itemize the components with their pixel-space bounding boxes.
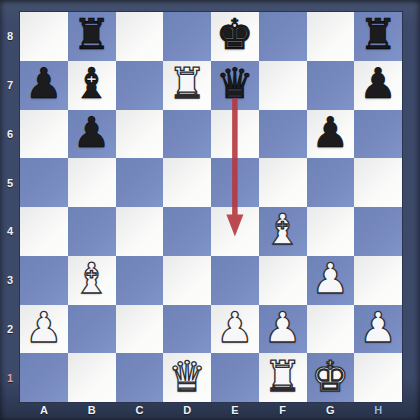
square-e4[interactable] — [211, 207, 259, 256]
square-h8[interactable]: ♜ — [354, 12, 402, 61]
rank-label-7: 7 — [0, 61, 20, 110]
file-label-g: G — [307, 402, 355, 420]
square-d1[interactable]: ♛ — [163, 353, 211, 402]
square-b6[interactable]: ♟ — [68, 110, 116, 159]
chess-board-frame: 87654321 ♜♚♜♟♝♜♛♟♟♟♝♝♟♟♟♟♟♛♜♚ ABCDEFGH — [0, 0, 420, 420]
piece-white-king-g1[interactable]: ♚ — [312, 356, 350, 398]
piece-black-pawn-g6[interactable]: ♟ — [312, 112, 350, 154]
square-d7[interactable]: ♜ — [163, 61, 211, 110]
square-f4[interactable]: ♝ — [259, 207, 307, 256]
square-f6[interactable] — [259, 110, 307, 159]
piece-black-queen-e7[interactable]: ♛ — [216, 63, 254, 105]
square-h6[interactable] — [354, 110, 402, 159]
piece-white-pawn-f2[interactable]: ♟ — [264, 307, 302, 349]
rank-label-8: 8 — [0, 12, 20, 61]
square-h2[interactable]: ♟ — [354, 305, 402, 354]
square-b5[interactable] — [68, 158, 116, 207]
square-h1[interactable] — [354, 353, 402, 402]
file-label-h: H — [354, 402, 402, 420]
file-labels: ABCDEFGH — [20, 402, 402, 420]
square-e1[interactable] — [211, 353, 259, 402]
rank-label-2: 2 — [0, 305, 20, 354]
square-a2[interactable]: ♟ — [20, 305, 68, 354]
square-b8[interactable]: ♜ — [68, 12, 116, 61]
square-c3[interactable] — [116, 256, 164, 305]
square-b7[interactable]: ♝ — [68, 61, 116, 110]
square-e6[interactable] — [211, 110, 259, 159]
square-a5[interactable] — [20, 158, 68, 207]
piece-white-rook-d7[interactable]: ♜ — [168, 63, 206, 105]
square-h3[interactable] — [354, 256, 402, 305]
piece-white-rook-f1[interactable]: ♜ — [264, 356, 302, 398]
square-c5[interactable] — [116, 158, 164, 207]
piece-white-pawn-e2[interactable]: ♟ — [216, 307, 254, 349]
piece-white-bishop-b3[interactable]: ♝ — [73, 258, 111, 300]
piece-white-queen-d1[interactable]: ♛ — [168, 356, 206, 398]
square-g3[interactable]: ♟ — [307, 256, 355, 305]
square-c6[interactable] — [116, 110, 164, 159]
square-c7[interactable] — [116, 61, 164, 110]
square-c2[interactable] — [116, 305, 164, 354]
square-h4[interactable] — [354, 207, 402, 256]
piece-black-rook-b8[interactable]: ♜ — [73, 14, 111, 56]
square-f2[interactable]: ♟ — [259, 305, 307, 354]
piece-white-pawn-a2[interactable]: ♟ — [25, 307, 63, 349]
square-g6[interactable]: ♟ — [307, 110, 355, 159]
square-h5[interactable] — [354, 158, 402, 207]
square-b3[interactable]: ♝ — [68, 256, 116, 305]
square-f7[interactable] — [259, 61, 307, 110]
square-e2[interactable]: ♟ — [211, 305, 259, 354]
piece-white-bishop-f4[interactable]: ♝ — [264, 209, 302, 251]
chess-board: ♜♚♜♟♝♜♛♟♟♟♝♝♟♟♟♟♟♛♜♚ — [20, 12, 402, 402]
piece-black-king-e8[interactable]: ♚ — [216, 14, 254, 56]
rank-label-4: 4 — [0, 207, 20, 256]
square-g2[interactable] — [307, 305, 355, 354]
file-label-f: F — [259, 402, 307, 420]
file-label-a: A — [20, 402, 68, 420]
square-a3[interactable] — [20, 256, 68, 305]
square-g8[interactable] — [307, 12, 355, 61]
piece-black-pawn-a7[interactable]: ♟ — [25, 63, 63, 105]
file-label-e: E — [211, 402, 259, 420]
piece-black-bishop-b7[interactable]: ♝ — [73, 63, 111, 105]
square-c8[interactable] — [116, 12, 164, 61]
rank-label-3: 3 — [0, 256, 20, 305]
square-b2[interactable] — [68, 305, 116, 354]
rank-label-5: 5 — [0, 158, 20, 207]
file-label-d: D — [163, 402, 211, 420]
file-label-c: C — [116, 402, 164, 420]
square-g5[interactable] — [307, 158, 355, 207]
square-a4[interactable] — [20, 207, 68, 256]
square-c4[interactable] — [116, 207, 164, 256]
rank-label-1: 1 — [0, 353, 20, 402]
square-g4[interactable] — [307, 207, 355, 256]
piece-black-pawn-b6[interactable]: ♟ — [73, 112, 111, 154]
square-a7[interactable]: ♟ — [20, 61, 68, 110]
square-d6[interactable] — [163, 110, 211, 159]
square-d8[interactable] — [163, 12, 211, 61]
square-b4[interactable] — [68, 207, 116, 256]
piece-black-pawn-h7[interactable]: ♟ — [359, 63, 397, 105]
square-f5[interactable] — [259, 158, 307, 207]
square-d3[interactable] — [163, 256, 211, 305]
piece-white-pawn-h2[interactable]: ♟ — [359, 307, 397, 349]
piece-black-rook-h8[interactable]: ♜ — [359, 14, 397, 56]
square-e3[interactable] — [211, 256, 259, 305]
square-c1[interactable] — [116, 353, 164, 402]
square-d4[interactable] — [163, 207, 211, 256]
square-b1[interactable] — [68, 353, 116, 402]
rank-label-6: 6 — [0, 110, 20, 159]
square-h7[interactable]: ♟ — [354, 61, 402, 110]
square-g7[interactable] — [307, 61, 355, 110]
square-a1[interactable] — [20, 353, 68, 402]
square-f8[interactable] — [259, 12, 307, 61]
square-g1[interactable]: ♚ — [307, 353, 355, 402]
piece-white-pawn-g3[interactable]: ♟ — [312, 258, 350, 300]
square-a8[interactable] — [20, 12, 68, 61]
file-label-b: B — [68, 402, 116, 420]
square-d5[interactable] — [163, 158, 211, 207]
square-f1[interactable]: ♜ — [259, 353, 307, 402]
square-e7[interactable]: ♛ — [211, 61, 259, 110]
square-e5[interactable] — [211, 158, 259, 207]
square-d2[interactable] — [163, 305, 211, 354]
square-f3[interactable] — [259, 256, 307, 305]
rank-labels: 87654321 — [0, 12, 20, 402]
square-a6[interactable] — [20, 110, 68, 159]
square-e8[interactable]: ♚ — [211, 12, 259, 61]
